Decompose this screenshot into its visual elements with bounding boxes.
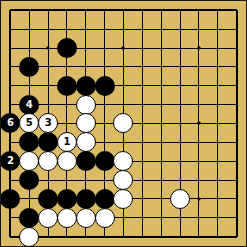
intersection-6-1[interactable]: [114, 20, 133, 39]
move-number-label: 6: [7, 118, 14, 128]
grid-line-vertical: [142, 38, 143, 58]
black-stone[interactable]: [57, 189, 77, 209]
intersection-6-4[interactable]: [114, 76, 133, 95]
intersection-7-4[interactable]: [133, 76, 152, 95]
intersection-10-6[interactable]: [189, 114, 208, 133]
intersection-1-10[interactable]: [20, 189, 39, 208]
intersection-2-6[interactable]: 3: [39, 114, 58, 133]
intersection-4-6[interactable]: [76, 114, 95, 133]
move-number-label: 4: [26, 100, 33, 110]
black-stone[interactable]: [19, 57, 39, 77]
intersection-1-1[interactable]: [20, 20, 39, 39]
black-stone[interactable]: [95, 189, 115, 209]
white-stone[interactable]: 5: [19, 113, 39, 133]
intersection-6-10[interactable]: [114, 189, 133, 208]
intersection-4-3[interactable]: [76, 58, 95, 77]
white-stone[interactable]: [95, 208, 115, 228]
grid-line-vertical: [104, 132, 105, 152]
intersection-12-8[interactable]: [227, 152, 246, 171]
intersection-4-4[interactable]: [76, 76, 95, 95]
intersection-4-0[interactable]: [76, 1, 95, 20]
black-stone[interactable]: [19, 132, 39, 152]
intersection-3-1[interactable]: [58, 20, 77, 39]
intersection-5-7[interactable]: [95, 133, 114, 152]
grid-line-vertical: [236, 132, 238, 152]
intersection-10-4[interactable]: [189, 76, 208, 95]
intersection-7-0[interactable]: [133, 1, 152, 20]
intersection-7-3[interactable]: [133, 58, 152, 77]
intersection-5-8[interactable]: [95, 152, 114, 171]
grid-line-vertical: [104, 19, 105, 39]
intersection-4-9[interactable]: [76, 171, 95, 190]
grid-line-vertical: [161, 170, 162, 190]
intersection-8-2[interactable]: [152, 39, 171, 58]
grid-line-vertical: [161, 38, 162, 58]
grid-line-vertical: [142, 95, 143, 115]
grid-line-vertical: [48, 76, 49, 96]
intersection-6-9[interactable]: [114, 171, 133, 190]
intersection-2-7[interactable]: [39, 133, 58, 152]
intersection-2-4[interactable]: [39, 76, 58, 95]
grid-line-vertical: [29, 189, 30, 209]
white-stone[interactable]: [113, 113, 133, 133]
grid-line-vertical: [161, 208, 162, 228]
intersection-9-6[interactable]: [171, 114, 190, 133]
white-stone[interactable]: [38, 151, 58, 171]
star-point: [197, 47, 200, 50]
white-stone[interactable]: [57, 151, 77, 171]
grid-line-vertical: [48, 95, 49, 115]
black-stone[interactable]: [57, 76, 77, 96]
intersection-8-11[interactable]: [152, 208, 171, 227]
intersection-0-2[interactable]: [1, 39, 20, 58]
grid-line-vertical: [9, 95, 11, 115]
intersection-3-12[interactable]: [58, 227, 77, 246]
intersection-8-10[interactable]: [152, 189, 171, 208]
intersection-0-12[interactable]: [1, 227, 20, 246]
intersection-5-2[interactable]: [95, 39, 114, 58]
intersection-10-8[interactable]: [189, 152, 208, 171]
grid-line-vertical: [9, 76, 11, 96]
intersection-10-11[interactable]: [189, 208, 208, 227]
intersection-10-1[interactable]: [189, 20, 208, 39]
grid-line-vertical: [142, 132, 143, 152]
grid-line-vertical: [161, 76, 162, 96]
grid-line-vertical: [85, 19, 86, 39]
grid-line-vertical: [236, 170, 238, 190]
intersection-8-9[interactable]: [152, 171, 171, 190]
intersection-9-7[interactable]: [171, 133, 190, 152]
intersection-0-7[interactable]: [1, 133, 20, 152]
grid-line-vertical: [236, 38, 238, 58]
intersection-7-11[interactable]: [133, 208, 152, 227]
star-point: [197, 197, 200, 200]
grid-line-vertical: [123, 132, 124, 152]
intersection-11-5[interactable]: [208, 95, 227, 114]
grid-line-vertical: [9, 38, 11, 58]
grid-line-vertical: [198, 227, 199, 237]
intersection-4-1[interactable]: [76, 20, 95, 39]
intersection-2-11[interactable]: [39, 208, 58, 227]
intersection-3-8[interactable]: [58, 152, 77, 171]
star-point: [197, 122, 200, 125]
intersection-0-5[interactable]: [1, 95, 20, 114]
white-stone[interactable]: [113, 170, 133, 190]
intersection-8-6[interactable]: [152, 114, 171, 133]
grid-line-vertical: [48, 227, 49, 237]
intersection-8-8[interactable]: [152, 152, 171, 171]
intersection-6-0[interactable]: [114, 1, 133, 20]
intersection-1-0[interactable]: [20, 1, 39, 20]
intersection-0-9[interactable]: [1, 171, 20, 190]
grid-line-vertical: [217, 114, 218, 134]
white-stone[interactable]: 1: [57, 132, 77, 152]
intersection-6-8[interactable]: [114, 152, 133, 171]
grid-line-vertical: [142, 19, 143, 39]
white-stone[interactable]: 3: [38, 113, 58, 133]
intersection-7-9[interactable]: [133, 171, 152, 190]
intersection-11-7[interactable]: [208, 133, 227, 152]
white-stone[interactable]: [19, 151, 39, 171]
intersection-11-8[interactable]: [208, 152, 227, 171]
black-stone[interactable]: [0, 189, 20, 209]
grid-line-vertical: [66, 57, 67, 77]
move-number-label: 3: [45, 118, 52, 128]
grid-line-vertical: [9, 227, 11, 237]
grid-line-vertical: [142, 57, 143, 77]
grid-line-vertical: [29, 19, 30, 39]
grid-line-vertical: [198, 19, 199, 39]
grid-line-vertical: [123, 95, 124, 115]
intersection-4-10[interactable]: [76, 189, 95, 208]
intersection-8-7[interactable]: [152, 133, 171, 152]
white-stone[interactable]: [76, 95, 96, 115]
intersection-5-0[interactable]: [95, 1, 114, 20]
black-stone[interactable]: [76, 151, 96, 171]
black-stone[interactable]: [76, 189, 96, 209]
grid-line-vertical: [217, 132, 218, 152]
intersection-7-1[interactable]: [133, 20, 152, 39]
grid-line-vertical: [217, 76, 218, 96]
intersection-0-10[interactable]: [1, 189, 20, 208]
intersection-7-5[interactable]: [133, 95, 152, 114]
black-stone[interactable]: [57, 38, 77, 58]
intersection-11-9[interactable]: [208, 171, 227, 190]
intersection-2-10[interactable]: [39, 189, 58, 208]
intersection-10-2[interactable]: [189, 39, 208, 58]
grid-line-vertical: [161, 95, 162, 115]
grid-line-vertical: [104, 227, 105, 237]
intersection-1-8[interactable]: [20, 152, 39, 171]
intersection-7-8[interactable]: [133, 152, 152, 171]
intersection-9-1[interactable]: [171, 20, 190, 39]
white-stone[interactable]: [38, 208, 58, 228]
grid-line-vertical: [142, 76, 143, 96]
grid-line-vertical: [66, 19, 67, 39]
grid-line-vertical: [198, 151, 199, 171]
grid-line-vertical: [142, 189, 143, 209]
intersection-5-12[interactable]: [95, 227, 114, 246]
intersection-11-0[interactable]: [208, 1, 227, 20]
grid-line-vertical: [198, 132, 199, 152]
intersection-11-6[interactable]: [208, 114, 227, 133]
intersection-5-3[interactable]: [95, 58, 114, 77]
intersection-2-12[interactable]: [39, 227, 58, 246]
intersection-0-1[interactable]: [1, 20, 20, 39]
grid-line-vertical: [66, 95, 67, 115]
grid-line-vertical: [104, 57, 105, 77]
intersection-8-12[interactable]: [152, 227, 171, 246]
black-stone[interactable]: 6: [0, 113, 20, 133]
intersection-1-4[interactable]: [20, 76, 39, 95]
intersection-4-5[interactable]: [76, 95, 95, 114]
intersection-12-6[interactable]: [227, 114, 246, 133]
grid-line-vertical: [9, 170, 11, 190]
grid-line-vertical: [198, 76, 199, 96]
intersection-12-5[interactable]: [227, 95, 246, 114]
intersection-8-1[interactable]: [152, 20, 171, 39]
intersection-5-9[interactable]: [95, 171, 114, 190]
intersection-1-12[interactable]: [20, 227, 39, 246]
intersection-8-5[interactable]: [152, 95, 171, 114]
intersection-0-3[interactable]: [1, 58, 20, 77]
grid-line-vertical: [236, 95, 238, 115]
grid-line-vertical: [161, 57, 162, 77]
intersection-3-9[interactable]: [58, 171, 77, 190]
grid-line-vertical: [236, 57, 238, 77]
grid-line-vertical: [123, 19, 124, 39]
grid-line-vertical: [180, 57, 181, 77]
intersection-9-9[interactable]: [171, 171, 190, 190]
intersection-2-1[interactable]: [39, 20, 58, 39]
intersection-11-11[interactable]: [208, 208, 227, 227]
white-stone[interactable]: [19, 227, 39, 247]
intersection-9-3[interactable]: [171, 58, 190, 77]
intersection-11-2[interactable]: [208, 39, 227, 58]
grid-line-vertical: [85, 170, 86, 190]
intersection-12-1[interactable]: [227, 20, 246, 39]
intersection-10-5[interactable]: [189, 95, 208, 114]
intersection-6-6[interactable]: [114, 114, 133, 133]
intersection-6-12[interactable]: [114, 227, 133, 246]
intersection-4-7[interactable]: [76, 133, 95, 152]
intersection-12-3[interactable]: [227, 58, 246, 77]
intersection-1-7[interactable]: [20, 133, 39, 152]
white-stone[interactable]: [170, 189, 190, 209]
intersection-5-6[interactable]: [95, 114, 114, 133]
intersection-12-7[interactable]: [227, 133, 246, 152]
grid-line-vertical: [180, 132, 181, 152]
intersection-11-12[interactable]: [208, 227, 227, 246]
white-stone[interactable]: [76, 113, 96, 133]
black-stone[interactable]: 4: [19, 95, 39, 115]
grid-line-vertical: [198, 57, 199, 77]
intersection-12-2[interactable]: [227, 39, 246, 58]
grid-line-vertical: [104, 170, 105, 190]
grid-line-vertical: [161, 151, 162, 171]
intersection-9-2[interactable]: [171, 39, 190, 58]
intersection-9-10[interactable]: [171, 189, 190, 208]
grid-line-vertical: [217, 57, 218, 77]
grid-line-vertical: [180, 227, 181, 237]
black-stone[interactable]: [19, 170, 39, 190]
grid-line-vertical: [217, 151, 218, 171]
intersection-1-11[interactable]: [20, 208, 39, 227]
black-stone[interactable]: 2: [0, 151, 20, 171]
intersection-5-4[interactable]: [95, 76, 114, 95]
intersection-8-0[interactable]: [152, 1, 171, 20]
grid-line-vertical: [48, 19, 49, 39]
intersection-7-7[interactable]: [133, 133, 152, 152]
intersection-9-12[interactable]: [171, 227, 190, 246]
go-diagram-frame: 465312: [0, 0, 247, 247]
white-stone[interactable]: [76, 208, 96, 228]
intersection-6-5[interactable]: [114, 95, 133, 114]
grid-line-vertical: [180, 151, 181, 171]
intersection-1-3[interactable]: [20, 58, 39, 77]
intersection-12-12[interactable]: [227, 227, 246, 246]
black-stone[interactable]: [95, 151, 115, 171]
black-stone[interactable]: [38, 189, 58, 209]
intersection-4-2[interactable]: [76, 39, 95, 58]
intersection-10-10[interactable]: [189, 189, 208, 208]
intersection-3-5[interactable]: [58, 95, 77, 114]
intersection-6-3[interactable]: [114, 58, 133, 77]
grid-line-vertical: [236, 208, 238, 228]
grid-line-vertical: [104, 114, 105, 134]
intersection-12-10[interactable]: [227, 189, 246, 208]
black-stone[interactable]: [76, 76, 96, 96]
intersection-7-12[interactable]: [133, 227, 152, 246]
intersection-7-10[interactable]: [133, 189, 152, 208]
intersection-3-4[interactable]: [58, 76, 77, 95]
black-stone[interactable]: [38, 132, 58, 152]
grid-line-vertical: [236, 19, 238, 39]
intersection-5-10[interactable]: [95, 189, 114, 208]
intersection-3-10[interactable]: [58, 189, 77, 208]
intersection-5-11[interactable]: [95, 208, 114, 227]
intersection-10-12[interactable]: [189, 227, 208, 246]
intersection-2-2[interactable]: [39, 39, 58, 58]
intersection-10-3[interactable]: [189, 58, 208, 77]
intersection-2-3[interactable]: [39, 58, 58, 77]
intersection-1-2[interactable]: [20, 39, 39, 58]
intersection-0-11[interactable]: [1, 208, 20, 227]
intersection-0-8[interactable]: 2: [1, 152, 20, 171]
intersection-10-9[interactable]: [189, 171, 208, 190]
black-stone[interactable]: [19, 208, 39, 228]
move-number-label: 2: [7, 156, 14, 166]
grid-line-vertical: [180, 95, 181, 115]
intersection-11-1[interactable]: [208, 20, 227, 39]
intersection-5-1[interactable]: [95, 20, 114, 39]
star-point: [122, 47, 125, 50]
grid-line-vertical: [217, 38, 218, 58]
intersection-0-6[interactable]: 6: [1, 114, 20, 133]
intersection-7-6[interactable]: [133, 114, 152, 133]
grid-line-vertical: [123, 208, 124, 228]
white-stone[interactable]: [113, 189, 133, 209]
intersection-9-11[interactable]: [171, 208, 190, 227]
intersection-5-5[interactable]: [95, 95, 114, 114]
intersection-1-9[interactable]: [20, 171, 39, 190]
intersection-11-4[interactable]: [208, 76, 227, 95]
intersection-9-0[interactable]: [171, 1, 190, 20]
intersection-12-9[interactable]: [227, 171, 246, 190]
intersection-2-9[interactable]: [39, 171, 58, 190]
white-stone[interactable]: [76, 132, 96, 152]
intersection-0-4[interactable]: [1, 76, 20, 95]
grid-line-vertical: [29, 38, 30, 58]
grid-line-vertical: [104, 38, 105, 58]
intersection-9-5[interactable]: [171, 95, 190, 114]
intersection-3-6[interactable]: [58, 114, 77, 133]
grid-line-vertical: [217, 95, 218, 115]
black-stone[interactable]: [95, 76, 115, 96]
grid-line-vertical: [217, 170, 218, 190]
intersection-12-11[interactable]: [227, 208, 246, 227]
grid-line-vertical: [236, 227, 238, 237]
intersection-0-0[interactable]: [1, 1, 20, 20]
intersection-3-7[interactable]: 1: [58, 133, 77, 152]
intersection-1-6[interactable]: 5: [20, 114, 39, 133]
intersection-9-4[interactable]: [171, 76, 190, 95]
intersection-7-2[interactable]: [133, 39, 152, 58]
intersection-1-5[interactable]: 4: [20, 95, 39, 114]
intersection-2-5[interactable]: [39, 95, 58, 114]
intersection-2-8[interactable]: [39, 152, 58, 171]
intersection-12-0[interactable]: [227, 1, 246, 20]
grid-line-vertical: [66, 227, 67, 237]
intersection-4-11[interactable]: [76, 208, 95, 227]
grid-line-vertical: [142, 208, 143, 228]
grid-line-vertical: [66, 170, 67, 190]
intersection-9-8[interactable]: [171, 152, 190, 171]
intersection-4-8[interactable]: [76, 152, 95, 171]
grid-line-vertical: [180, 19, 181, 39]
grid-line-vertical: [198, 208, 199, 228]
intersection-12-4[interactable]: [227, 76, 246, 95]
grid-line-vertical: [161, 189, 162, 209]
white-stone[interactable]: [113, 151, 133, 171]
intersection-11-10[interactable]: [208, 189, 227, 208]
grid-line-vertical: [123, 76, 124, 96]
intersection-10-0[interactable]: [189, 1, 208, 20]
intersection-3-3[interactable]: [58, 58, 77, 77]
intersection-6-7[interactable]: [114, 133, 133, 152]
white-stone[interactable]: [57, 208, 77, 228]
intersection-10-7[interactable]: [189, 133, 208, 152]
grid-line-vertical: [123, 227, 124, 237]
grid-line-vertical: [9, 132, 11, 152]
intersection-3-0[interactable]: [58, 1, 77, 20]
intersection-4-12[interactable]: [76, 227, 95, 246]
intersection-6-2[interactable]: [114, 39, 133, 58]
intersection-2-0[interactable]: [39, 1, 58, 20]
intersection-3-11[interactable]: [58, 208, 77, 227]
grid-line-vertical: [123, 57, 124, 77]
grid-line-vertical: [180, 208, 181, 228]
move-number-label: 5: [26, 118, 33, 128]
intersection-8-4[interactable]: [152, 76, 171, 95]
intersection-11-3[interactable]: [208, 58, 227, 77]
intersection-3-2[interactable]: [58, 39, 77, 58]
grid-line-vertical: [180, 76, 181, 96]
move-number-label: 1: [63, 137, 70, 147]
intersection-8-3[interactable]: [152, 58, 171, 77]
intersection-6-11[interactable]: [114, 208, 133, 227]
grid-line-vertical: [85, 38, 86, 58]
